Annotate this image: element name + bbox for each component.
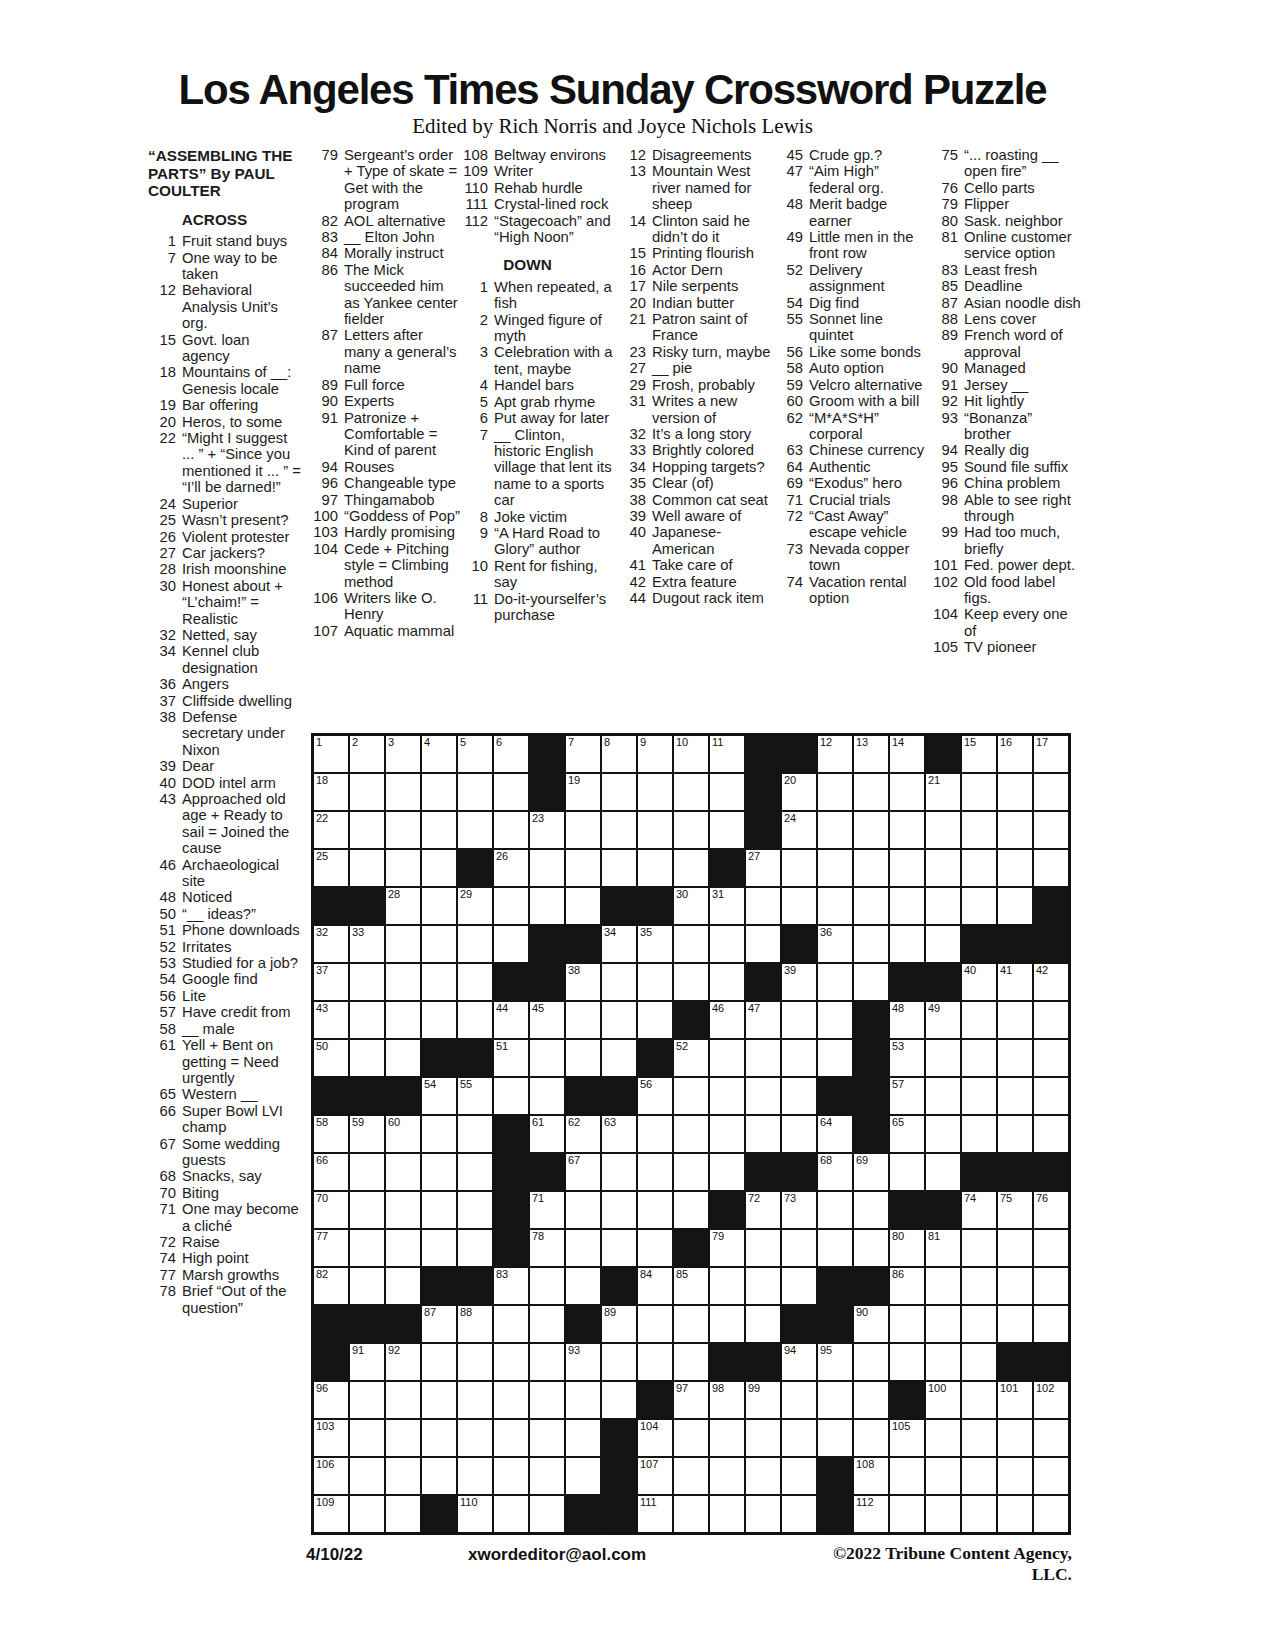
grid-cell-r3c5[interactable] <box>458 812 492 848</box>
grid-cell-r17c2[interactable]: 91 <box>350 1344 384 1380</box>
grid-cell-r8c8[interactable] <box>566 1002 600 1038</box>
grid-cell-r20c13[interactable] <box>746 1458 780 1494</box>
grid-cell-r14c8[interactable] <box>566 1230 600 1266</box>
grid-cell-r17c7[interactable] <box>530 1344 564 1380</box>
grid-cell-r7c4[interactable] <box>422 964 456 1000</box>
grid-cell-r15c1[interactable]: 82 <box>314 1268 348 1304</box>
grid-cell-r11c10[interactable] <box>638 1116 672 1152</box>
grid-cell-r15c10[interactable]: 84 <box>638 1268 672 1304</box>
grid-cell-r16c17[interactable] <box>890 1306 924 1342</box>
grid-cell-r4c15[interactable] <box>818 850 852 886</box>
grid-cell-r14c19[interactable] <box>962 1230 996 1266</box>
grid-cell-r11c9[interactable]: 63 <box>602 1116 636 1152</box>
grid-cell-r10c4[interactable]: 54 <box>422 1078 456 1114</box>
grid-cell-r19c17[interactable]: 105 <box>890 1420 924 1456</box>
grid-cell-r1c21[interactable]: 17 <box>1034 736 1068 772</box>
grid-cell-r19c12[interactable] <box>710 1420 744 1456</box>
grid-cell-r12c5[interactable] <box>458 1154 492 1190</box>
grid-cell-r11c15[interactable]: 64 <box>818 1116 852 1152</box>
grid-cell-r21c1[interactable]: 109 <box>314 1496 348 1532</box>
grid-cell-r2c5[interactable] <box>458 774 492 810</box>
grid-cell-r3c9[interactable] <box>602 812 636 848</box>
grid-cell-r17c3[interactable]: 92 <box>386 1344 420 1380</box>
grid-cell-r6c18[interactable] <box>926 926 960 962</box>
grid-cell-r14c7[interactable]: 78 <box>530 1230 564 1266</box>
grid-cell-r16c10[interactable] <box>638 1306 672 1342</box>
grid-cell-r20c11[interactable] <box>674 1458 708 1494</box>
grid-cell-r10c11[interactable] <box>674 1078 708 1114</box>
grid-cell-r9c18[interactable] <box>926 1040 960 1076</box>
grid-cell-r13c10[interactable] <box>638 1192 672 1228</box>
grid-cell-r4c2[interactable] <box>350 850 384 886</box>
grid-cell-r8c7[interactable]: 45 <box>530 1002 564 1038</box>
grid-cell-r8c20[interactable] <box>998 1002 1032 1038</box>
grid-cell-r17c5[interactable] <box>458 1344 492 1380</box>
grid-cell-r12c11[interactable] <box>674 1154 708 1190</box>
grid-cell-r15c3[interactable] <box>386 1268 420 1304</box>
grid-cell-r12c17[interactable] <box>890 1154 924 1190</box>
grid-cell-r5c4[interactable] <box>422 888 456 924</box>
grid-cell-r12c9[interactable] <box>602 1154 636 1190</box>
grid-cell-r10c6[interactable] <box>494 1078 528 1114</box>
grid-cell-r17c6[interactable] <box>494 1344 528 1380</box>
grid-cell-r16c21[interactable] <box>1034 1306 1068 1342</box>
grid-cell-r12c15[interactable]: 68 <box>818 1154 852 1190</box>
grid-cell-r2c16[interactable] <box>854 774 888 810</box>
grid-cell-r9c13[interactable] <box>746 1040 780 1076</box>
grid-cell-r14c12[interactable]: 79 <box>710 1230 744 1266</box>
grid-cell-r4c1[interactable]: 25 <box>314 850 348 886</box>
grid-cell-r9c19[interactable] <box>962 1040 996 1076</box>
grid-cell-r9c1[interactable]: 50 <box>314 1040 348 1076</box>
grid-cell-r7c15[interactable] <box>818 964 852 1000</box>
grid-cell-r5c7[interactable] <box>530 888 564 924</box>
grid-cell-r4c3[interactable] <box>386 850 420 886</box>
grid-cell-r3c21[interactable] <box>1034 812 1068 848</box>
grid-cell-r9c15[interactable] <box>818 1040 852 1076</box>
grid-cell-r18c15[interactable] <box>818 1382 852 1418</box>
grid-cell-r1c9[interactable]: 8 <box>602 736 636 772</box>
grid-cell-r20c14[interactable] <box>782 1458 816 1494</box>
grid-cell-r7c11[interactable] <box>674 964 708 1000</box>
grid-cell-r2c19[interactable] <box>962 774 996 810</box>
grid-cell-r1c3[interactable]: 3 <box>386 736 420 772</box>
grid-cell-r11c2[interactable]: 59 <box>350 1116 384 1152</box>
grid-cell-r14c15[interactable] <box>818 1230 852 1266</box>
grid-cell-r2c11[interactable] <box>674 774 708 810</box>
grid-cell-r2c8[interactable]: 19 <box>566 774 600 810</box>
grid-cell-r21c16[interactable]: 112 <box>854 1496 888 1532</box>
grid-cell-r20c7[interactable] <box>530 1458 564 1494</box>
grid-cell-r17c15[interactable]: 95 <box>818 1344 852 1380</box>
grid-cell-r6c9[interactable]: 34 <box>602 926 636 962</box>
grid-cell-r14c3[interactable] <box>386 1230 420 1266</box>
grid-cell-r21c17[interactable] <box>890 1496 924 1532</box>
grid-cell-r20c10[interactable]: 107 <box>638 1458 672 1494</box>
grid-cell-r15c21[interactable] <box>1034 1268 1068 1304</box>
grid-cell-r10c10[interactable]: 56 <box>638 1078 672 1114</box>
grid-cell-r17c16[interactable] <box>854 1344 888 1380</box>
grid-cell-r9c9[interactable] <box>602 1040 636 1076</box>
grid-cell-r1c11[interactable]: 10 <box>674 736 708 772</box>
grid-cell-r20c8[interactable] <box>566 1458 600 1494</box>
grid-cell-r19c18[interactable] <box>926 1420 960 1456</box>
grid-cell-r13c5[interactable] <box>458 1192 492 1228</box>
grid-cell-r5c6[interactable] <box>494 888 528 924</box>
grid-cell-r18c21[interactable]: 102 <box>1034 1382 1068 1418</box>
grid-cell-r2c15[interactable] <box>818 774 852 810</box>
grid-cell-r18c8[interactable] <box>566 1382 600 1418</box>
grid-cell-r14c10[interactable] <box>638 1230 672 1266</box>
grid-cell-r6c10[interactable]: 35 <box>638 926 672 962</box>
grid-cell-r18c2[interactable] <box>350 1382 384 1418</box>
grid-cell-r1c19[interactable]: 15 <box>962 736 996 772</box>
grid-cell-r9c2[interactable] <box>350 1040 384 1076</box>
grid-cell-r10c19[interactable] <box>962 1078 996 1114</box>
grid-cell-r20c4[interactable] <box>422 1458 456 1494</box>
grid-cell-r11c13[interactable] <box>746 1116 780 1152</box>
grid-cell-r8c17[interactable]: 48 <box>890 1002 924 1038</box>
grid-cell-r14c21[interactable] <box>1034 1230 1068 1266</box>
grid-cell-r21c20[interactable] <box>998 1496 1032 1532</box>
grid-cell-r7c9[interactable] <box>602 964 636 1000</box>
grid-cell-r5c8[interactable] <box>566 888 600 924</box>
grid-cell-r5c15[interactable] <box>818 888 852 924</box>
grid-cell-r16c7[interactable] <box>530 1306 564 1342</box>
grid-cell-r17c14[interactable]: 94 <box>782 1344 816 1380</box>
grid-cell-r13c14[interactable]: 73 <box>782 1192 816 1228</box>
grid-cell-r19c16[interactable] <box>854 1420 888 1456</box>
grid-cell-r2c21[interactable] <box>1034 774 1068 810</box>
grid-cell-r14c4[interactable] <box>422 1230 456 1266</box>
grid-cell-r9c8[interactable] <box>566 1040 600 1076</box>
grid-cell-r13c15[interactable] <box>818 1192 852 1228</box>
grid-cell-r13c21[interactable]: 76 <box>1034 1192 1068 1228</box>
grid-cell-r13c3[interactable] <box>386 1192 420 1228</box>
grid-cell-r3c16[interactable] <box>854 812 888 848</box>
grid-cell-r3c10[interactable] <box>638 812 672 848</box>
grid-cell-r2c2[interactable] <box>350 774 384 810</box>
grid-cell-r15c6[interactable]: 83 <box>494 1268 528 1304</box>
grid-cell-r18c18[interactable]: 100 <box>926 1382 960 1418</box>
grid-cell-r1c6[interactable]: 6 <box>494 736 528 772</box>
grid-cell-r19c5[interactable] <box>458 1420 492 1456</box>
grid-cell-r7c10[interactable] <box>638 964 672 1000</box>
grid-cell-r21c13[interactable] <box>746 1496 780 1532</box>
grid-cell-r17c10[interactable] <box>638 1344 672 1380</box>
grid-cell-r1c17[interactable]: 14 <box>890 736 924 772</box>
grid-cell-r4c10[interactable] <box>638 850 672 886</box>
grid-cell-r6c4[interactable] <box>422 926 456 962</box>
grid-cell-r20c19[interactable] <box>962 1458 996 1494</box>
grid-cell-r13c16[interactable] <box>854 1192 888 1228</box>
grid-cell-r9c17[interactable]: 53 <box>890 1040 924 1076</box>
grid-cell-r1c1[interactable]: 1 <box>314 736 348 772</box>
grid-cell-r11c18[interactable] <box>926 1116 960 1152</box>
grid-cell-r3c18[interactable] <box>926 812 960 848</box>
grid-cell-r16c4[interactable]: 87 <box>422 1306 456 1342</box>
grid-cell-r20c21[interactable] <box>1034 1458 1068 1494</box>
grid-cell-r8c13[interactable]: 47 <box>746 1002 780 1038</box>
grid-cell-r6c2[interactable]: 33 <box>350 926 384 962</box>
grid-cell-r17c11[interactable] <box>674 1344 708 1380</box>
grid-cell-r15c18[interactable] <box>926 1268 960 1304</box>
grid-cell-r12c4[interactable] <box>422 1154 456 1190</box>
grid-cell-r11c3[interactable]: 60 <box>386 1116 420 1152</box>
grid-cell-r21c3[interactable] <box>386 1496 420 1532</box>
grid-cell-r2c14[interactable]: 20 <box>782 774 816 810</box>
grid-cell-r1c4[interactable]: 4 <box>422 736 456 772</box>
grid-cell-r16c12[interactable] <box>710 1306 744 1342</box>
grid-cell-r18c19[interactable] <box>962 1382 996 1418</box>
grid-cell-r2c1[interactable]: 18 <box>314 774 348 810</box>
grid-cell-r6c11[interactable] <box>674 926 708 962</box>
grid-cell-r7c3[interactable] <box>386 964 420 1000</box>
grid-cell-r2c3[interactable] <box>386 774 420 810</box>
grid-cell-r7c16[interactable] <box>854 964 888 1000</box>
grid-cell-r19c2[interactable] <box>350 1420 384 1456</box>
grid-cell-r17c18[interactable] <box>926 1344 960 1380</box>
grid-cell-r14c5[interactable] <box>458 1230 492 1266</box>
grid-cell-r3c20[interactable] <box>998 812 1032 848</box>
grid-cell-r19c15[interactable] <box>818 1420 852 1456</box>
grid-cell-r11c4[interactable] <box>422 1116 456 1152</box>
grid-cell-r1c10[interactable]: 9 <box>638 736 672 772</box>
grid-cell-r1c8[interactable]: 7 <box>566 736 600 772</box>
grid-cell-r15c20[interactable] <box>998 1268 1032 1304</box>
grid-cell-r18c1[interactable]: 96 <box>314 1382 348 1418</box>
grid-cell-r13c19[interactable]: 74 <box>962 1192 996 1228</box>
grid-cell-r4c21[interactable] <box>1034 850 1068 886</box>
grid-cell-r1c15[interactable]: 12 <box>818 736 852 772</box>
grid-cell-r2c18[interactable]: 21 <box>926 774 960 810</box>
grid-cell-r16c20[interactable] <box>998 1306 1032 1342</box>
grid-cell-r5c11[interactable]: 30 <box>674 888 708 924</box>
grid-cell-r9c7[interactable] <box>530 1040 564 1076</box>
grid-cell-r12c16[interactable]: 69 <box>854 1154 888 1190</box>
grid-cell-r10c18[interactable] <box>926 1078 960 1114</box>
grid-cell-r3c19[interactable] <box>962 812 996 848</box>
grid-cell-r6c3[interactable] <box>386 926 420 962</box>
grid-cell-r11c21[interactable] <box>1034 1116 1068 1152</box>
grid-cell-r21c7[interactable] <box>530 1496 564 1532</box>
grid-cell-r11c19[interactable] <box>962 1116 996 1152</box>
grid-cell-r8c12[interactable]: 46 <box>710 1002 744 1038</box>
grid-cell-r16c18[interactable] <box>926 1306 960 1342</box>
grid-cell-r19c1[interactable]: 103 <box>314 1420 348 1456</box>
grid-cell-r10c21[interactable] <box>1034 1078 1068 1114</box>
grid-cell-r20c2[interactable] <box>350 1458 384 1494</box>
grid-cell-r8c21[interactable] <box>1034 1002 1068 1038</box>
grid-cell-r1c20[interactable]: 16 <box>998 736 1032 772</box>
grid-cell-r19c7[interactable] <box>530 1420 564 1456</box>
grid-cell-r7c20[interactable]: 41 <box>998 964 1032 1000</box>
grid-cell-r20c20[interactable] <box>998 1458 1032 1494</box>
grid-cell-r19c10[interactable]: 104 <box>638 1420 672 1456</box>
grid-cell-r21c10[interactable]: 111 <box>638 1496 672 1532</box>
grid-cell-r1c12[interactable]: 11 <box>710 736 744 772</box>
grid-cell-r8c14[interactable] <box>782 1002 816 1038</box>
grid-cell-r21c12[interactable] <box>710 1496 744 1532</box>
grid-cell-r9c11[interactable]: 52 <box>674 1040 708 1076</box>
grid-cell-r8c19[interactable] <box>962 1002 996 1038</box>
grid-cell-r19c19[interactable] <box>962 1420 996 1456</box>
grid-cell-r13c4[interactable] <box>422 1192 456 1228</box>
grid-cell-r15c11[interactable]: 85 <box>674 1268 708 1304</box>
grid-cell-r5c19[interactable] <box>962 888 996 924</box>
grid-cell-r18c6[interactable] <box>494 1382 528 1418</box>
grid-cell-r3c15[interactable] <box>818 812 852 848</box>
grid-cell-r10c14[interactable] <box>782 1078 816 1114</box>
grid-cell-r2c12[interactable] <box>710 774 744 810</box>
grid-cell-r6c15[interactable]: 36 <box>818 926 852 962</box>
grid-cell-r4c9[interactable] <box>602 850 636 886</box>
grid-cell-r18c20[interactable]: 101 <box>998 1382 1032 1418</box>
grid-cell-r13c11[interactable] <box>674 1192 708 1228</box>
grid-cell-r7c2[interactable] <box>350 964 384 1000</box>
grid-cell-r8c6[interactable]: 44 <box>494 1002 528 1038</box>
grid-cell-r14c9[interactable] <box>602 1230 636 1266</box>
grid-cell-r16c5[interactable]: 88 <box>458 1306 492 1342</box>
grid-cell-r21c2[interactable] <box>350 1496 384 1532</box>
grid-cell-r4c20[interactable] <box>998 850 1032 886</box>
grid-cell-r2c9[interactable] <box>602 774 636 810</box>
grid-cell-r17c9[interactable] <box>602 1344 636 1380</box>
grid-cell-r5c12[interactable]: 31 <box>710 888 744 924</box>
grid-cell-r3c7[interactable]: 23 <box>530 812 564 848</box>
grid-cell-r12c10[interactable] <box>638 1154 672 1190</box>
grid-cell-r18c5[interactable] <box>458 1382 492 1418</box>
grid-cell-r20c16[interactable]: 108 <box>854 1458 888 1494</box>
grid-cell-r13c13[interactable]: 72 <box>746 1192 780 1228</box>
grid-cell-r4c6[interactable]: 26 <box>494 850 528 886</box>
grid-cell-r4c11[interactable] <box>674 850 708 886</box>
grid-cell-r11c8[interactable]: 62 <box>566 1116 600 1152</box>
grid-cell-r6c13[interactable] <box>746 926 780 962</box>
grid-cell-r13c9[interactable] <box>602 1192 636 1228</box>
grid-cell-r18c13[interactable]: 99 <box>746 1382 780 1418</box>
grid-cell-r11c5[interactable] <box>458 1116 492 1152</box>
grid-cell-r4c8[interactable] <box>566 850 600 886</box>
grid-cell-r7c8[interactable]: 38 <box>566 964 600 1000</box>
grid-cell-r9c21[interactable] <box>1034 1040 1068 1076</box>
grid-cell-r16c13[interactable] <box>746 1306 780 1342</box>
grid-cell-r4c7[interactable] <box>530 850 564 886</box>
grid-cell-r15c7[interactable] <box>530 1268 564 1304</box>
grid-cell-r7c14[interactable]: 39 <box>782 964 816 1000</box>
grid-cell-r21c11[interactable] <box>674 1496 708 1532</box>
grid-cell-r8c4[interactable] <box>422 1002 456 1038</box>
grid-cell-r20c5[interactable] <box>458 1458 492 1494</box>
grid-cell-r8c3[interactable] <box>386 1002 420 1038</box>
grid-cell-r11c1[interactable]: 58 <box>314 1116 348 1152</box>
grid-cell-r13c2[interactable] <box>350 1192 384 1228</box>
grid-cell-r12c2[interactable] <box>350 1154 384 1190</box>
grid-cell-r15c12[interactable] <box>710 1268 744 1304</box>
grid-cell-r3c4[interactable] <box>422 812 456 848</box>
grid-cell-r12c1[interactable]: 66 <box>314 1154 348 1190</box>
grid-cell-r15c14[interactable] <box>782 1268 816 1304</box>
grid-cell-r12c3[interactable] <box>386 1154 420 1190</box>
grid-cell-r11c7[interactable]: 61 <box>530 1116 564 1152</box>
grid-cell-r6c12[interactable] <box>710 926 744 962</box>
grid-cell-r10c12[interactable] <box>710 1078 744 1114</box>
grid-cell-r2c4[interactable] <box>422 774 456 810</box>
grid-cell-r16c11[interactable] <box>674 1306 708 1342</box>
grid-cell-r5c3[interactable]: 28 <box>386 888 420 924</box>
grid-cell-r2c10[interactable] <box>638 774 672 810</box>
grid-cell-r8c18[interactable]: 49 <box>926 1002 960 1038</box>
grid-cell-r19c3[interactable] <box>386 1420 420 1456</box>
grid-cell-r15c2[interactable] <box>350 1268 384 1304</box>
grid-cell-r19c13[interactable] <box>746 1420 780 1456</box>
grid-cell-r7c21[interactable]: 42 <box>1034 964 1068 1000</box>
grid-cell-r21c6[interactable] <box>494 1496 528 1532</box>
footer-email[interactable]: xwordeditor@aol.com <box>468 1545 646 1565</box>
grid-cell-r5c20[interactable] <box>998 888 1032 924</box>
grid-cell-r9c12[interactable] <box>710 1040 744 1076</box>
grid-cell-r9c3[interactable] <box>386 1040 420 1076</box>
grid-cell-r9c14[interactable] <box>782 1040 816 1076</box>
grid-cell-r6c6[interactable] <box>494 926 528 962</box>
grid-cell-r20c3[interactable] <box>386 1458 420 1494</box>
grid-cell-r16c16[interactable]: 90 <box>854 1306 888 1342</box>
grid-cell-r3c3[interactable] <box>386 812 420 848</box>
grid-cell-r21c18[interactable] <box>926 1496 960 1532</box>
grid-cell-r11c20[interactable] <box>998 1116 1032 1152</box>
grid-cell-r15c17[interactable]: 86 <box>890 1268 924 1304</box>
grid-cell-r7c1[interactable]: 37 <box>314 964 348 1000</box>
grid-cell-r5c5[interactable]: 29 <box>458 888 492 924</box>
grid-cell-r20c18[interactable] <box>926 1458 960 1494</box>
grid-cell-r17c8[interactable]: 93 <box>566 1344 600 1380</box>
grid-cell-r8c10[interactable] <box>638 1002 672 1038</box>
grid-cell-r19c11[interactable] <box>674 1420 708 1456</box>
grid-cell-r6c5[interactable] <box>458 926 492 962</box>
grid-cell-r14c18[interactable]: 81 <box>926 1230 960 1266</box>
grid-cell-r13c7[interactable]: 71 <box>530 1192 564 1228</box>
grid-cell-r7c12[interactable] <box>710 964 744 1000</box>
grid-cell-r3c1[interactable]: 22 <box>314 812 348 848</box>
grid-cell-r11c14[interactable] <box>782 1116 816 1152</box>
grid-cell-r1c5[interactable]: 5 <box>458 736 492 772</box>
grid-cell-r10c17[interactable]: 57 <box>890 1078 924 1114</box>
grid-cell-r6c1[interactable]: 32 <box>314 926 348 962</box>
grid-cell-r16c6[interactable] <box>494 1306 528 1342</box>
grid-cell-r19c8[interactable] <box>566 1420 600 1456</box>
grid-cell-r14c1[interactable]: 77 <box>314 1230 348 1266</box>
grid-cell-r14c13[interactable] <box>746 1230 780 1266</box>
grid-cell-r4c19[interactable] <box>962 850 996 886</box>
grid-cell-r3c12[interactable] <box>710 812 744 848</box>
grid-cell-r17c17[interactable] <box>890 1344 924 1380</box>
grid-cell-r4c17[interactable] <box>890 850 924 886</box>
grid-cell-r18c12[interactable]: 98 <box>710 1382 744 1418</box>
grid-cell-r8c15[interactable] <box>818 1002 852 1038</box>
grid-cell-r4c13[interactable]: 27 <box>746 850 780 886</box>
grid-cell-r3c8[interactable] <box>566 812 600 848</box>
grid-cell-r13c8[interactable] <box>566 1192 600 1228</box>
grid-cell-r3c17[interactable] <box>890 812 924 848</box>
grid-cell-r8c9[interactable] <box>602 1002 636 1038</box>
grid-cell-r5c16[interactable] <box>854 888 888 924</box>
grid-cell-r21c14[interactable] <box>782 1496 816 1532</box>
grid-cell-r15c13[interactable] <box>746 1268 780 1304</box>
grid-cell-r19c21[interactable] <box>1034 1420 1068 1456</box>
grid-cell-r11c11[interactable] <box>674 1116 708 1152</box>
grid-cell-r17c4[interactable] <box>422 1344 456 1380</box>
grid-cell-r3c6[interactable] <box>494 812 528 848</box>
